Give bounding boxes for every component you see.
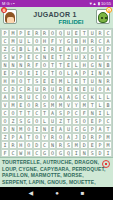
grid-cell[interactable]: R	[25, 85, 33, 93]
notification-icons: M G ▫ ▪	[2, 0, 15, 7]
grid-cell[interactable]: Y	[56, 37, 64, 45]
android-nav-bar: ◀ ● ■	[0, 187, 113, 200]
grid-cell[interactable]: T	[80, 29, 88, 37]
grid-cell[interactable]: O	[49, 29, 57, 37]
grid-cell[interactable]: U	[88, 29, 96, 37]
grid-cell[interactable]: N	[88, 109, 96, 117]
app-screen: M G ▫ ▪ ▼▲ ▮ 10:55 0 JUGADOR 1 FRILIDEI …	[0, 0, 113, 200]
grid-cell[interactable]: I	[88, 69, 96, 77]
grid-cell[interactable]: L	[72, 61, 80, 69]
grid-cell[interactable]: D	[1, 125, 9, 133]
grid-cell[interactable]: R	[33, 29, 41, 37]
grid-cell[interactable]: E	[80, 85, 88, 93]
player2-name: FRILIDEI	[50, 19, 92, 25]
grid-cell[interactable]: C	[41, 141, 49, 149]
grid-cell[interactable]: R	[88, 37, 96, 45]
grid-cell[interactable]: O	[33, 37, 41, 45]
grid-cell[interactable]: R	[25, 61, 33, 69]
grid-cell[interactable]: H	[80, 37, 88, 45]
grid-cell[interactable]: G	[41, 149, 49, 157]
home-icon[interactable]: ●	[55, 187, 59, 200]
grid-cell[interactable]: M	[9, 29, 17, 37]
grid-cell[interactable]: M	[56, 77, 64, 85]
grid-cell[interactable]: A	[49, 109, 57, 117]
grid-cell[interactable]: O	[1, 117, 9, 125]
grid-cell[interactable]: C	[1, 37, 9, 45]
grid-cell[interactable]: F	[1, 149, 9, 157]
grid-cell[interactable]: G	[88, 61, 96, 69]
grid-cell[interactable]: Z	[64, 53, 72, 61]
grid-cell[interactable]: O	[25, 141, 33, 149]
grid-cell[interactable]: D	[96, 149, 104, 157]
grid-cell[interactable]: R	[41, 85, 49, 93]
grid-cell[interactable]: T	[80, 77, 88, 85]
grid-cell[interactable]: P	[1, 29, 9, 37]
grid-cell[interactable]: T	[17, 109, 25, 117]
grid-cell[interactable]: M	[17, 125, 25, 133]
grid-cell[interactable]: L	[25, 37, 33, 45]
grid-cell[interactable]: Z	[1, 133, 9, 141]
grid-cell[interactable]: A	[104, 69, 112, 77]
grid-cell[interactable]: W	[17, 149, 25, 157]
grid-cell[interactable]: V	[64, 101, 72, 109]
grid-cell[interactable]: L	[64, 77, 72, 85]
grid-cell[interactable]: G	[72, 125, 80, 133]
grid-cell[interactable]: A	[64, 45, 72, 53]
grid-cell[interactable]: P	[64, 109, 72, 117]
grid-cell[interactable]: E	[17, 101, 25, 109]
grid-cell[interactable]: F	[33, 61, 41, 69]
grid-cell[interactable]: B	[72, 37, 80, 45]
grid-cell[interactable]: I	[104, 149, 112, 157]
grid-cell[interactable]: V	[96, 45, 104, 53]
grid-cell[interactable]: O	[41, 61, 49, 69]
grid-cell[interactable]: N	[96, 61, 104, 69]
grid-cell[interactable]: R	[56, 85, 64, 93]
grid-cell[interactable]: Q	[56, 29, 64, 37]
grid-cell[interactable]: E	[25, 29, 33, 37]
grid-cell[interactable]: K	[88, 93, 96, 101]
grid-cell[interactable]: V	[1, 101, 9, 109]
grid-cell[interactable]: P	[17, 29, 25, 37]
grid-cell[interactable]: C	[104, 29, 112, 37]
grid-cell[interactable]: C	[33, 149, 41, 157]
grid-cell[interactable]: D	[88, 53, 96, 61]
grid-cell[interactable]: P	[80, 69, 88, 77]
player2-avatar-face	[98, 12, 108, 23]
system-status-icons: ▼▲ ▮ 10:55	[89, 0, 111, 7]
grid-cell[interactable]: O	[56, 133, 64, 141]
grid-cell[interactable]: G	[64, 37, 72, 45]
grid-cell[interactable]: S	[56, 109, 64, 117]
grid-cell[interactable]: U	[64, 29, 72, 37]
grid-cell[interactable]: C	[9, 149, 17, 157]
grid-cell[interactable]: P	[96, 117, 104, 125]
player2-score-badge: 0	[106, 7, 112, 13]
grid-cell[interactable]: U	[33, 85, 41, 93]
word-list: TOURTERELLE, AUTRUCHE, DRAGON,LOUP, CYGN…	[0, 157, 113, 187]
grid-cell[interactable]: M	[104, 133, 112, 141]
grid-cell[interactable]: M	[80, 101, 88, 109]
grid-cell[interactable]: H	[9, 77, 17, 85]
grid-cell[interactable]: E	[49, 77, 57, 85]
grid-cell[interactable]: N	[80, 149, 88, 157]
target-icon[interactable]	[102, 160, 110, 168]
grid-cell[interactable]: I	[1, 141, 9, 149]
grid-cell[interactable]: R	[88, 133, 96, 141]
grid-cell[interactable]: J	[72, 133, 80, 141]
grid-cell[interactable]: Z	[56, 117, 64, 125]
grid-cell[interactable]: M	[72, 141, 80, 149]
grid-cell[interactable]: T	[88, 101, 96, 109]
grid-cell[interactable]: D	[9, 85, 17, 93]
grid-cell[interactable]: S	[33, 77, 41, 85]
player1-avatar-skin	[7, 17, 14, 23]
grid-cell[interactable]: N	[96, 77, 104, 85]
grid-cell[interactable]: B	[17, 45, 25, 53]
grid-cell[interactable]: U	[88, 85, 96, 93]
grid-cell[interactable]: H	[41, 37, 49, 45]
grid-cell[interactable]: O	[49, 93, 57, 101]
grid-cell[interactable]: T	[41, 109, 49, 117]
word-list-line: SERPENT, LAPIN, GNOUS, MOUETTE,	[2, 179, 111, 186]
grid-cell[interactable]: U	[17, 37, 25, 45]
grid-cell[interactable]: T	[56, 61, 64, 69]
grid-cell[interactable]: C	[41, 69, 49, 77]
grid-cell[interactable]: X	[80, 53, 88, 61]
grid-cell[interactable]: R	[33, 101, 41, 109]
player1-score-badge: 0	[1, 7, 7, 13]
grid-cell[interactable]: S	[17, 117, 25, 125]
grid-cell[interactable]: R	[56, 141, 64, 149]
grid-cell[interactable]: U	[49, 117, 57, 125]
grid-cell[interactable]: Y	[72, 101, 80, 109]
grid-cell[interactable]: P	[104, 45, 112, 53]
back-icon[interactable]: ◀	[29, 187, 34, 200]
grid-cell[interactable]: N	[49, 141, 57, 149]
grid-cell[interactable]: D	[80, 133, 88, 141]
grid-cell[interactable]: D	[80, 141, 88, 149]
grid-cell[interactable]: O	[56, 69, 64, 77]
grid-cell[interactable]: P	[88, 125, 96, 133]
grid-cell[interactable]: N	[96, 69, 104, 77]
grid-cell[interactable]: E	[49, 125, 57, 133]
player1-avatar-face	[5, 12, 15, 23]
grid-cell[interactable]: C	[33, 53, 41, 61]
grid-cell[interactable]: T	[25, 77, 33, 85]
grid-cell[interactable]: L	[104, 109, 112, 117]
grid-cell[interactable]: T	[56, 53, 64, 61]
grid-cell[interactable]: S	[64, 141, 72, 149]
grid-cell[interactable]: O	[9, 109, 17, 117]
grid-cell[interactable]: L	[64, 69, 72, 77]
grid-cell[interactable]: U	[72, 45, 80, 53]
grid-cell[interactable]: I	[33, 69, 41, 77]
grid-cell[interactable]: E	[96, 53, 104, 61]
grid-cell[interactable]: O	[17, 77, 25, 85]
grid-cell[interactable]: L	[96, 93, 104, 101]
grid-cell[interactable]: R	[9, 141, 17, 149]
grid-cell[interactable]: S	[41, 101, 49, 109]
grid-cell[interactable]: R	[104, 77, 112, 85]
grid-cell[interactable]: U	[72, 53, 80, 61]
grid-cell[interactable]: T	[64, 117, 72, 125]
grid-cell[interactable]: C	[1, 85, 9, 93]
grid-cell[interactable]: E	[64, 85, 72, 93]
grid-cell[interactable]: L	[25, 45, 33, 53]
grid-cell[interactable]: B	[104, 61, 112, 69]
player2-avatar-eyes	[101, 17, 103, 19]
grid-cell[interactable]: N	[17, 61, 25, 69]
grid-cell[interactable]: I	[33, 125, 41, 133]
grid-cell[interactable]: H	[80, 61, 88, 69]
grid-cell[interactable]: E	[56, 45, 64, 53]
grid-cell[interactable]: G	[80, 125, 88, 133]
grid-cell[interactable]: C	[80, 93, 88, 101]
grid-cell[interactable]: O	[17, 69, 25, 77]
grid-cell[interactable]: G	[25, 117, 33, 125]
grid-cell[interactable]: T	[49, 69, 57, 77]
grid-cell[interactable]: N	[9, 125, 17, 133]
grid-cell[interactable]: C	[1, 109, 9, 117]
grid-cell[interactable]: A	[104, 85, 112, 93]
grid-cell[interactable]: N	[72, 85, 80, 93]
grid-cell[interactable]: R	[41, 29, 49, 37]
grid-cell[interactable]: E	[25, 53, 33, 61]
grid-cell[interactable]: T	[25, 133, 33, 141]
grid-cell[interactable]: E	[25, 69, 33, 77]
grid-cell[interactable]: G	[56, 149, 64, 157]
grid-cell[interactable]: R	[49, 133, 57, 141]
grid-cell[interactable]: M	[104, 141, 112, 149]
grid-cell[interactable]: A	[1, 93, 9, 101]
grid-cell[interactable]: H	[9, 93, 17, 101]
grid-cell[interactable]: F	[80, 109, 88, 117]
grid-cell[interactable]: E	[88, 117, 96, 125]
grid-cell[interactable]: O	[33, 133, 41, 141]
grid-cell[interactable]: P	[9, 69, 17, 77]
grid-cell[interactable]: P	[17, 53, 25, 61]
grid-cell[interactable]: E	[72, 29, 80, 37]
word-list-line: TOURTERELLE, AUTRUCHE, DRAGON,	[2, 159, 111, 166]
grid-cell[interactable]: L	[41, 117, 49, 125]
grid-cell[interactable]: P	[9, 133, 17, 141]
grid-cell[interactable]: O	[96, 85, 104, 93]
grid-cell[interactable]: F	[80, 45, 88, 53]
grid-cell[interactable]: F	[49, 37, 57, 45]
grid-cell[interactable]: I	[41, 45, 49, 53]
grid-cell[interactable]: E	[41, 77, 49, 85]
grid-cell[interactable]: A	[72, 69, 80, 77]
grid-cell[interactable]: U	[49, 85, 57, 93]
grid-cell[interactable]: R	[49, 45, 57, 53]
grid-cell[interactable]: C	[72, 109, 80, 117]
grid-cell[interactable]: E	[64, 61, 72, 69]
grid-cell[interactable]: U	[64, 125, 72, 133]
grid-cell[interactable]: E	[72, 77, 80, 85]
grid-cell[interactable]: W	[9, 53, 17, 61]
recents-icon[interactable]: ■	[81, 187, 85, 200]
grid-cell[interactable]: N	[1, 61, 9, 69]
grid-cell[interactable]: M	[56, 101, 64, 109]
grid-cell[interactable]: C	[96, 37, 104, 45]
grid-cell[interactable]: Z	[1, 45, 9, 53]
grid-cell[interactable]: O	[80, 117, 88, 125]
grid-cell[interactable]: A	[64, 133, 72, 141]
grid-cell[interactable]: N	[41, 53, 49, 61]
grid-cell[interactable]: E	[88, 141, 96, 149]
grid-cell[interactable]: A	[56, 125, 64, 133]
grid-cell[interactable]: C	[17, 85, 25, 93]
grid-cell[interactable]: O	[49, 149, 57, 157]
grid-cell[interactable]: Y	[104, 53, 112, 61]
grid-cell[interactable]: N	[9, 61, 17, 69]
grid-cell[interactable]: S	[88, 45, 96, 53]
grid-cell[interactable]: T	[25, 109, 33, 117]
grid-cell[interactable]: A	[33, 45, 41, 53]
grid-cell[interactable]: E	[1, 69, 9, 77]
grid-cell[interactable]: P	[96, 141, 104, 149]
player1-name: JUGADOR 1	[22, 11, 88, 18]
grid-cell[interactable]: U	[88, 77, 96, 85]
grid-cell[interactable]: O	[41, 93, 49, 101]
grid-cell[interactable]: P	[96, 133, 104, 141]
grid-cell[interactable]: A	[104, 37, 112, 45]
grid-cell[interactable]: L	[96, 101, 104, 109]
grid-cell[interactable]: D	[33, 141, 41, 149]
status-bar: M G ▫ ▪ ▼▲ ▮ 10:55	[0, 0, 113, 7]
grid-cell[interactable]: C	[33, 93, 41, 101]
grid-cell[interactable]: M	[49, 101, 57, 109]
grid-cell[interactable]: T	[49, 61, 57, 69]
grid-cell[interactable]: S	[88, 149, 96, 157]
grid-cell[interactable]: R	[17, 93, 25, 101]
grid-cell[interactable]: A	[56, 93, 64, 101]
grid-cell[interactable]: I	[72, 149, 80, 157]
grid-cell[interactable]: G	[72, 93, 80, 101]
grid-cell[interactable]: H	[17, 141, 25, 149]
grid-cell[interactable]: S	[72, 117, 80, 125]
grid-cell[interactable]: T	[104, 125, 112, 133]
letter-grid[interactable]: PMPERROQUETURCCMULOHFYGBHRCAZGBLAIREAUFS…	[0, 28, 113, 157]
grid-cell[interactable]: N	[41, 125, 49, 133]
grid-cell[interactable]: G	[9, 45, 17, 53]
grid-cell[interactable]: Z	[9, 117, 17, 125]
grid-cell[interactable]: O	[25, 101, 33, 109]
grid-cell[interactable]: H	[1, 77, 9, 85]
grid-cell[interactable]: B	[104, 101, 112, 109]
grid-cell[interactable]: L	[104, 93, 112, 101]
grid-cell[interactable]: U	[25, 93, 33, 101]
grid-cell[interactable]: A	[64, 93, 72, 101]
grid-cell[interactable]: H	[25, 149, 33, 157]
grid-cell[interactable]: M	[9, 101, 17, 109]
grid-cell[interactable]: A	[17, 133, 25, 141]
grid-cell[interactable]: Q	[64, 149, 72, 157]
grid-cell[interactable]: E	[49, 53, 57, 61]
grid-cell[interactable]: C	[33, 109, 41, 117]
grid-cell[interactable]: S	[1, 53, 9, 61]
grid-cell[interactable]: O	[25, 125, 33, 133]
grid-cell[interactable]: R	[96, 29, 104, 37]
grid-cell[interactable]: A	[96, 125, 104, 133]
grid-cell[interactable]: C	[104, 117, 112, 125]
grid-cell[interactable]: Y	[41, 133, 49, 141]
grid-cell[interactable]: M	[9, 37, 17, 45]
grid-cell[interactable]: O	[33, 117, 41, 125]
grid-cell[interactable]: I	[96, 109, 104, 117]
game-header: 0 JUGADOR 1 FRILIDEI 0	[0, 7, 113, 28]
